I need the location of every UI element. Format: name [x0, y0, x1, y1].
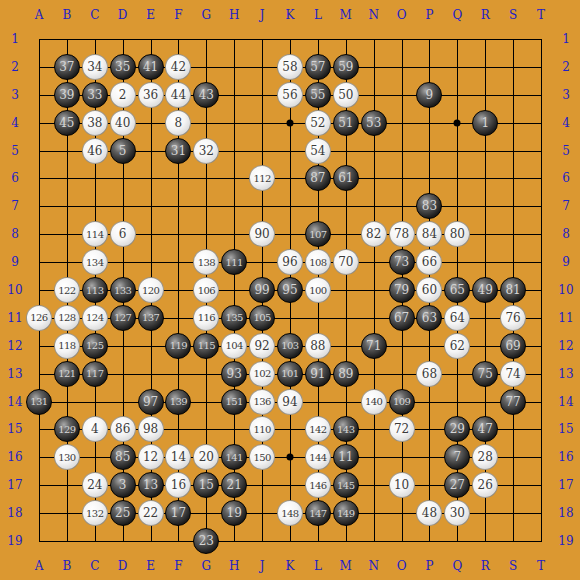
stone-move-number: 120	[142, 285, 159, 296]
stone-move-number: 23	[199, 534, 214, 548]
stone-white-134[interactable]: 134	[82, 249, 108, 275]
stone-black-9[interactable]: 9	[416, 82, 442, 108]
stone-move-number: 131	[30, 396, 47, 407]
stone-white-110[interactable]: 110	[249, 416, 275, 442]
stone-black-147[interactable]: 147	[305, 500, 331, 526]
stone-white-58[interactable]: 58	[277, 54, 303, 80]
stone-white-10[interactable]: 10	[389, 472, 415, 498]
stone-move-number: 78	[394, 227, 409, 241]
stone-black-137[interactable]: 137	[138, 305, 164, 331]
row-label-right-19: 19	[558, 535, 573, 547]
stone-white-22[interactable]: 22	[138, 500, 164, 526]
stone-move-number: 21	[227, 478, 242, 492]
stone-move-number: 107	[309, 229, 326, 240]
stone-move-number: 151	[226, 396, 243, 407]
stone-black-41[interactable]: 41	[138, 54, 164, 80]
stone-white-26[interactable]: 26	[472, 472, 498, 498]
stone-black-95[interactable]: 95	[277, 277, 303, 303]
stone-white-98[interactable]: 98	[138, 416, 164, 442]
row-label-right-13: 13	[558, 368, 573, 380]
stone-move-number: 116	[198, 312, 215, 323]
row-label-right-10: 10	[558, 284, 573, 296]
stone-white-8[interactable]: 8	[165, 110, 191, 136]
stone-black-73[interactable]: 73	[389, 249, 415, 275]
row-label-left-9: 9	[11, 256, 19, 268]
stone-white-70[interactable]: 70	[333, 249, 359, 275]
stone-white-130[interactable]: 130	[54, 444, 80, 470]
col-label-top-B: B	[62, 9, 71, 21]
stone-white-116[interactable]: 116	[193, 305, 219, 331]
stone-move-number: 43	[199, 88, 214, 102]
stone-black-87[interactable]: 87	[305, 165, 331, 191]
col-label-bottom-O: O	[397, 560, 407, 572]
stone-move-number: 5	[119, 144, 127, 158]
stone-white-38[interactable]: 38	[82, 110, 108, 136]
stone-white-84[interactable]: 84	[416, 221, 442, 247]
row-label-right-11: 11	[558, 312, 573, 324]
stone-white-78[interactable]: 78	[389, 221, 415, 247]
stone-white-142[interactable]: 142	[305, 416, 331, 442]
stone-black-129[interactable]: 129	[54, 416, 80, 442]
stone-white-60[interactable]: 60	[416, 277, 442, 303]
stone-black-43[interactable]: 43	[193, 82, 219, 108]
stone-black-145[interactable]: 145	[333, 472, 359, 498]
stone-move-number: 137	[142, 312, 159, 323]
stone-black-7[interactable]: 7	[444, 444, 470, 470]
stone-white-52[interactable]: 52	[305, 110, 331, 136]
stone-white-94[interactable]: 94	[277, 389, 303, 415]
stone-black-113[interactable]: 113	[82, 277, 108, 303]
stone-move-number: 101	[281, 368, 298, 379]
col-label-top-L: L	[314, 9, 322, 21]
stone-black-151[interactable]: 151	[221, 389, 247, 415]
col-label-top-H: H	[229, 9, 239, 21]
stone-black-23[interactable]: 23	[193, 528, 219, 554]
stone-white-132[interactable]: 132	[82, 500, 108, 526]
stone-move-number: 40	[115, 116, 130, 130]
stone-white-72[interactable]: 72	[389, 416, 415, 442]
stone-black-25[interactable]: 25	[110, 500, 136, 526]
col-label-top-M: M	[340, 9, 352, 21]
stone-white-32[interactable]: 32	[193, 138, 219, 164]
stone-black-75[interactable]: 75	[472, 361, 498, 387]
stone-white-4[interactable]: 4	[82, 416, 108, 442]
stone-black-101[interactable]: 101	[277, 361, 303, 387]
stone-white-118[interactable]: 118	[54, 333, 80, 359]
stone-move-number: 60	[422, 283, 437, 297]
stone-move-number: 114	[86, 229, 103, 240]
stone-move-number: 39	[59, 88, 74, 102]
stone-black-49[interactable]: 49	[472, 277, 498, 303]
stone-move-number: 70	[338, 255, 353, 269]
stone-white-34[interactable]: 34	[82, 54, 108, 80]
stone-black-81[interactable]: 81	[500, 277, 526, 303]
row-label-left-13: 13	[7, 368, 22, 380]
col-label-bottom-R: R	[481, 560, 490, 572]
stone-move-number: 30	[450, 506, 465, 520]
stone-white-28[interactable]: 28	[472, 444, 498, 470]
stone-black-5[interactable]: 5	[110, 138, 136, 164]
stone-white-150[interactable]: 150	[249, 444, 275, 470]
stone-black-143[interactable]: 143	[333, 416, 359, 442]
stone-move-number: 109	[393, 396, 410, 407]
stone-black-27[interactable]: 27	[444, 472, 470, 498]
row-label-left-16: 16	[7, 451, 22, 463]
stone-white-46[interactable]: 46	[82, 138, 108, 164]
row-label-right-8: 8	[562, 228, 570, 240]
stone-move-number: 81	[505, 283, 520, 297]
col-label-top-T: T	[537, 9, 545, 21]
stone-white-82[interactable]: 82	[361, 221, 387, 247]
stone-black-127[interactable]: 127	[110, 305, 136, 331]
stone-black-77[interactable]: 77	[500, 389, 526, 415]
stone-move-number: 146	[309, 480, 326, 491]
stone-white-106[interactable]: 106	[193, 277, 219, 303]
stone-move-number: 68	[422, 367, 437, 381]
stone-black-13[interactable]: 13	[138, 472, 164, 498]
stone-white-138[interactable]: 138	[193, 249, 219, 275]
col-label-top-S: S	[509, 9, 517, 21]
stone-move-number: 69	[505, 339, 520, 353]
stone-black-121[interactable]: 121	[54, 361, 80, 387]
stone-move-number: 32	[199, 144, 214, 158]
stone-black-99[interactable]: 99	[249, 277, 275, 303]
stone-white-16[interactable]: 16	[165, 472, 191, 498]
stone-move-number: 93	[227, 367, 242, 381]
stone-move-number: 55	[310, 88, 325, 102]
stone-white-144[interactable]: 144	[305, 444, 331, 470]
stone-move-number: 74	[505, 367, 520, 381]
stone-black-21[interactable]: 21	[221, 472, 247, 498]
stone-black-149[interactable]: 149	[333, 500, 359, 526]
stone-move-number: 147	[309, 508, 326, 519]
col-label-top-N: N	[368, 9, 379, 21]
star-point-K16	[287, 454, 294, 461]
row-label-left-15: 15	[7, 423, 22, 435]
stone-black-61[interactable]: 61	[333, 165, 359, 191]
stone-white-146[interactable]: 146	[305, 472, 331, 498]
stone-black-69[interactable]: 69	[500, 333, 526, 359]
col-label-bottom-F: F	[174, 560, 182, 572]
stone-move-number: 8	[175, 116, 183, 130]
stone-white-96[interactable]: 96	[277, 249, 303, 275]
stone-move-number: 97	[143, 395, 158, 409]
row-label-left-8: 8	[11, 228, 19, 240]
row-label-left-12: 12	[7, 340, 22, 352]
stone-move-number: 126	[30, 312, 47, 323]
row-label-left-4: 4	[11, 117, 19, 129]
stone-black-63[interactable]: 63	[416, 305, 442, 331]
stone-white-112[interactable]: 112	[249, 165, 275, 191]
stone-move-number: 52	[310, 116, 325, 130]
stone-black-141[interactable]: 141	[221, 444, 247, 470]
stone-move-number: 28	[478, 450, 493, 464]
stone-white-88[interactable]: 88	[305, 333, 331, 359]
stone-black-33[interactable]: 33	[82, 82, 108, 108]
row-label-right-5: 5	[562, 145, 570, 157]
stone-black-89[interactable]: 89	[333, 361, 359, 387]
stone-move-number: 57	[310, 60, 325, 74]
stone-move-number: 133	[114, 285, 131, 296]
stone-move-number: 20	[199, 450, 214, 464]
stone-black-51[interactable]: 51	[333, 110, 359, 136]
stone-move-number: 90	[254, 227, 269, 241]
stone-black-139[interactable]: 139	[165, 389, 191, 415]
row-label-left-6: 6	[11, 172, 19, 184]
row-label-right-4: 4	[562, 117, 570, 129]
stone-move-number: 106	[198, 285, 215, 296]
stone-move-number: 24	[87, 478, 102, 492]
stone-black-17[interactable]: 17	[165, 500, 191, 526]
stone-move-number: 59	[338, 60, 353, 74]
stone-white-128[interactable]: 128	[54, 305, 80, 331]
col-label-bottom-N: N	[368, 560, 379, 572]
stone-move-number: 83	[422, 199, 437, 213]
stone-white-76[interactable]: 76	[500, 305, 526, 331]
stone-white-20[interactable]: 20	[193, 444, 219, 470]
stone-move-number: 105	[253, 312, 270, 323]
stone-move-number: 121	[58, 368, 75, 379]
stone-black-103[interactable]: 103	[277, 333, 303, 359]
stone-move-number: 129	[58, 424, 75, 435]
stone-move-number: 53	[366, 116, 381, 130]
grid-line-horizontal	[39, 541, 542, 542]
stone-black-115[interactable]: 115	[193, 333, 219, 359]
stone-black-53[interactable]: 53	[361, 110, 387, 136]
row-label-left-1: 1	[11, 33, 19, 45]
stone-move-number: 9	[426, 88, 434, 102]
stone-black-71[interactable]: 71	[361, 333, 387, 359]
stone-move-number: 50	[338, 88, 353, 102]
stone-black-105[interactable]: 105	[249, 305, 275, 331]
stone-move-number: 80	[450, 227, 465, 241]
stone-black-55[interactable]: 55	[305, 82, 331, 108]
stone-white-140[interactable]: 140	[361, 389, 387, 415]
row-label-right-16: 16	[558, 451, 573, 463]
star-point-K4	[287, 119, 294, 126]
stone-black-93[interactable]: 93	[221, 361, 247, 387]
col-label-bottom-E: E	[146, 560, 155, 572]
stone-black-65[interactable]: 65	[444, 277, 470, 303]
stone-white-24[interactable]: 24	[82, 472, 108, 498]
stone-move-number: 76	[505, 311, 520, 325]
stone-move-number: 104	[226, 340, 243, 351]
stone-black-83[interactable]: 83	[416, 193, 442, 219]
col-label-bottom-Q: Q	[452, 560, 462, 572]
stone-move-number: 64	[450, 311, 465, 325]
col-label-bottom-P: P	[425, 560, 433, 572]
stone-move-number: 67	[394, 311, 409, 325]
stone-white-66[interactable]: 66	[416, 249, 442, 275]
stone-move-number: 14	[171, 450, 186, 464]
stone-white-44[interactable]: 44	[165, 82, 191, 108]
col-label-bottom-C: C	[90, 560, 99, 572]
stone-white-30[interactable]: 30	[444, 500, 470, 526]
row-label-right-17: 17	[558, 479, 573, 491]
stone-move-number: 140	[365, 396, 382, 407]
stone-black-107[interactable]: 107	[305, 221, 331, 247]
stone-white-74[interactable]: 74	[500, 361, 526, 387]
stone-move-number: 46	[87, 144, 102, 158]
stone-move-number: 51	[338, 116, 353, 130]
row-label-right-18: 18	[558, 507, 573, 519]
stone-move-number: 1	[481, 116, 489, 130]
stone-black-47[interactable]: 47	[472, 416, 498, 442]
stone-black-67[interactable]: 67	[389, 305, 415, 331]
stone-move-number: 54	[310, 144, 325, 158]
stone-black-11[interactable]: 11	[333, 444, 359, 470]
stone-white-136[interactable]: 136	[249, 389, 275, 415]
stone-move-number: 88	[310, 339, 325, 353]
stone-move-number: 111	[226, 257, 243, 268]
stone-move-number: 125	[86, 340, 103, 351]
stone-move-number: 134	[86, 257, 103, 268]
stone-white-40[interactable]: 40	[110, 110, 136, 136]
col-label-top-Q: Q	[452, 9, 462, 21]
stone-white-48[interactable]: 48	[416, 500, 442, 526]
stone-black-3[interactable]: 3	[110, 472, 136, 498]
stone-move-number: 145	[337, 480, 354, 491]
stone-move-number: 98	[143, 422, 158, 436]
row-label-left-2: 2	[11, 61, 19, 73]
stone-white-124[interactable]: 124	[82, 305, 108, 331]
stone-white-104[interactable]: 104	[221, 333, 247, 359]
stone-move-number: 7	[454, 450, 462, 464]
stone-move-number: 25	[115, 506, 130, 520]
stone-white-126[interactable]: 126	[26, 305, 52, 331]
stone-move-number: 103	[281, 340, 298, 351]
row-label-right-12: 12	[558, 340, 573, 352]
stone-black-15[interactable]: 15	[193, 472, 219, 498]
stone-black-35[interactable]: 35	[110, 54, 136, 80]
stone-move-number: 15	[199, 478, 214, 492]
stone-move-number: 102	[253, 368, 270, 379]
stone-black-1[interactable]: 1	[472, 110, 498, 136]
col-label-top-P: P	[425, 9, 433, 21]
stone-black-125[interactable]: 125	[82, 333, 108, 359]
stone-black-109[interactable]: 109	[389, 389, 415, 415]
stone-white-62[interactable]: 62	[444, 333, 470, 359]
col-label-top-A: A	[35, 9, 44, 21]
stone-black-133[interactable]: 133	[110, 277, 136, 303]
stone-white-148[interactable]: 148	[277, 500, 303, 526]
stone-black-39[interactable]: 39	[54, 82, 80, 108]
stone-move-number: 63	[422, 311, 437, 325]
col-label-bottom-T: T	[537, 560, 545, 572]
stone-white-90[interactable]: 90	[249, 221, 275, 247]
stone-move-number: 148	[281, 508, 298, 519]
stone-white-120[interactable]: 120	[138, 277, 164, 303]
stone-white-102[interactable]: 102	[249, 361, 275, 387]
stone-white-68[interactable]: 68	[416, 361, 442, 387]
stone-move-number: 6	[119, 227, 127, 241]
stone-move-number: 99	[254, 283, 269, 297]
stone-black-59[interactable]: 59	[333, 54, 359, 80]
stone-white-54[interactable]: 54	[305, 138, 331, 164]
stone-black-57[interactable]: 57	[305, 54, 331, 80]
stone-move-number: 94	[282, 395, 297, 409]
stone-black-119[interactable]: 119	[165, 333, 191, 359]
stone-move-number: 95	[282, 283, 297, 297]
row-label-left-3: 3	[11, 89, 19, 101]
stone-move-number: 58	[282, 60, 297, 74]
stone-black-85[interactable]: 85	[110, 444, 136, 470]
stone-move-number: 12	[143, 450, 158, 464]
stone-white-108[interactable]: 108	[305, 249, 331, 275]
stone-black-45[interactable]: 45	[54, 110, 80, 136]
stone-move-number: 149	[337, 508, 354, 519]
stone-white-2[interactable]: 2	[110, 82, 136, 108]
col-label-bottom-B: B	[62, 560, 71, 572]
stone-move-number: 44	[171, 88, 186, 102]
stone-black-37[interactable]: 37	[54, 54, 80, 80]
stone-move-number: 138	[198, 257, 215, 268]
stone-move-number: 56	[282, 88, 297, 102]
stone-move-number: 77	[505, 395, 520, 409]
row-label-left-14: 14	[7, 396, 22, 408]
row-label-right-3: 3	[562, 89, 570, 101]
stone-move-number: 49	[478, 283, 493, 297]
stone-white-12[interactable]: 12	[138, 444, 164, 470]
stone-white-36[interactable]: 36	[138, 82, 164, 108]
col-label-bottom-H: H	[229, 560, 239, 572]
stone-black-29[interactable]: 29	[444, 416, 470, 442]
stone-white-6[interactable]: 6	[110, 221, 136, 247]
goban[interactable]: AA11BB22CC33DD44EE55FF66GG77HH88JJ99KK10…	[0, 0, 580, 580]
stone-black-117[interactable]: 117	[82, 361, 108, 387]
col-label-bottom-S: S	[509, 560, 517, 572]
col-label-top-F: F	[174, 9, 182, 21]
stone-white-122[interactable]: 122	[54, 277, 80, 303]
stone-black-111[interactable]: 111	[221, 249, 247, 275]
stone-move-number: 65	[450, 283, 465, 297]
stone-black-79[interactable]: 79	[389, 277, 415, 303]
stone-black-91[interactable]: 91	[305, 361, 331, 387]
stone-black-131[interactable]: 131	[26, 389, 52, 415]
stone-move-number: 29	[450, 422, 465, 436]
stone-black-135[interactable]: 135	[221, 305, 247, 331]
stone-white-114[interactable]: 114	[82, 221, 108, 247]
stone-move-number: 112	[253, 173, 270, 184]
stone-black-19[interactable]: 19	[221, 500, 247, 526]
stone-white-92[interactable]: 92	[249, 333, 275, 359]
stone-white-56[interactable]: 56	[277, 82, 303, 108]
row-label-right-6: 6	[562, 172, 570, 184]
stone-white-42[interactable]: 42	[165, 54, 191, 80]
stone-move-number: 41	[143, 60, 158, 74]
col-label-top-K: K	[286, 9, 295, 21]
stone-white-14[interactable]: 14	[165, 444, 191, 470]
stone-move-number: 108	[309, 257, 326, 268]
stone-white-80[interactable]: 80	[444, 221, 470, 247]
stone-move-number: 87	[310, 171, 325, 185]
stone-move-number: 75	[478, 367, 493, 381]
stone-move-number: 26	[478, 478, 493, 492]
stone-move-number: 79	[394, 283, 409, 297]
stone-black-97[interactable]: 97	[138, 389, 164, 415]
stone-move-number: 37	[59, 60, 74, 74]
stone-move-number: 45	[59, 116, 74, 130]
stone-move-number: 84	[422, 227, 437, 241]
col-label-bottom-D: D	[118, 560, 128, 572]
stone-white-86[interactable]: 86	[110, 416, 136, 442]
stone-white-50[interactable]: 50	[333, 82, 359, 108]
stone-move-number: 35	[115, 60, 130, 74]
stone-white-100[interactable]: 100	[305, 277, 331, 303]
stone-move-number: 127	[114, 312, 131, 323]
stone-black-31[interactable]: 31	[165, 138, 191, 164]
stone-white-64[interactable]: 64	[444, 305, 470, 331]
